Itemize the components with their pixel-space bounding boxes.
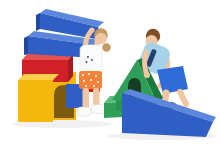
girl-face xyxy=(95,33,107,45)
girl-far-hand xyxy=(89,27,94,32)
girl-left-sneaker xyxy=(77,107,91,116)
girl-right-sneaker xyxy=(92,105,106,114)
foam-blocks-scene: Two toddlers playing with oversized soft… xyxy=(0,0,220,147)
lower-blue-beam-end xyxy=(24,36,28,55)
yellow-cube-top xyxy=(18,74,59,80)
boy-near-arm xyxy=(145,52,147,72)
product-photo: Two toddlers playing with oversized soft… xyxy=(0,0,220,147)
boy-near-hand xyxy=(144,72,150,78)
girl-shirt xyxy=(80,45,102,75)
girl-pigtail-bun xyxy=(102,43,110,51)
yellow-cube-front xyxy=(18,80,53,122)
upper-blue-beam-end xyxy=(36,13,40,31)
